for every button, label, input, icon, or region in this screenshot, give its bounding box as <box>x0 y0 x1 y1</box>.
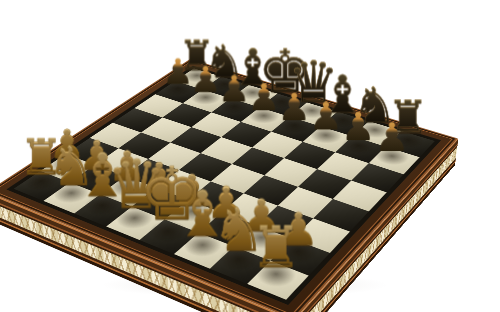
white-rook-glyph: ♜ <box>246 218 307 274</box>
chess-board: ♜♞♝♚♛♝♞♜♟♟♟♟♟♟♟♟♟♟♟♟♟♟♟♟♜♞♝♛♚♝♞♜ <box>0 59 458 312</box>
chess-set-scene: ♜♞♝♚♛♝♞♜♟♟♟♟♟♟♟♟♟♟♟♟♟♟♟♟♜♞♝♛♚♝♞♜ <box>62 0 402 312</box>
black-pawn-glyph: ♟ <box>366 117 417 157</box>
